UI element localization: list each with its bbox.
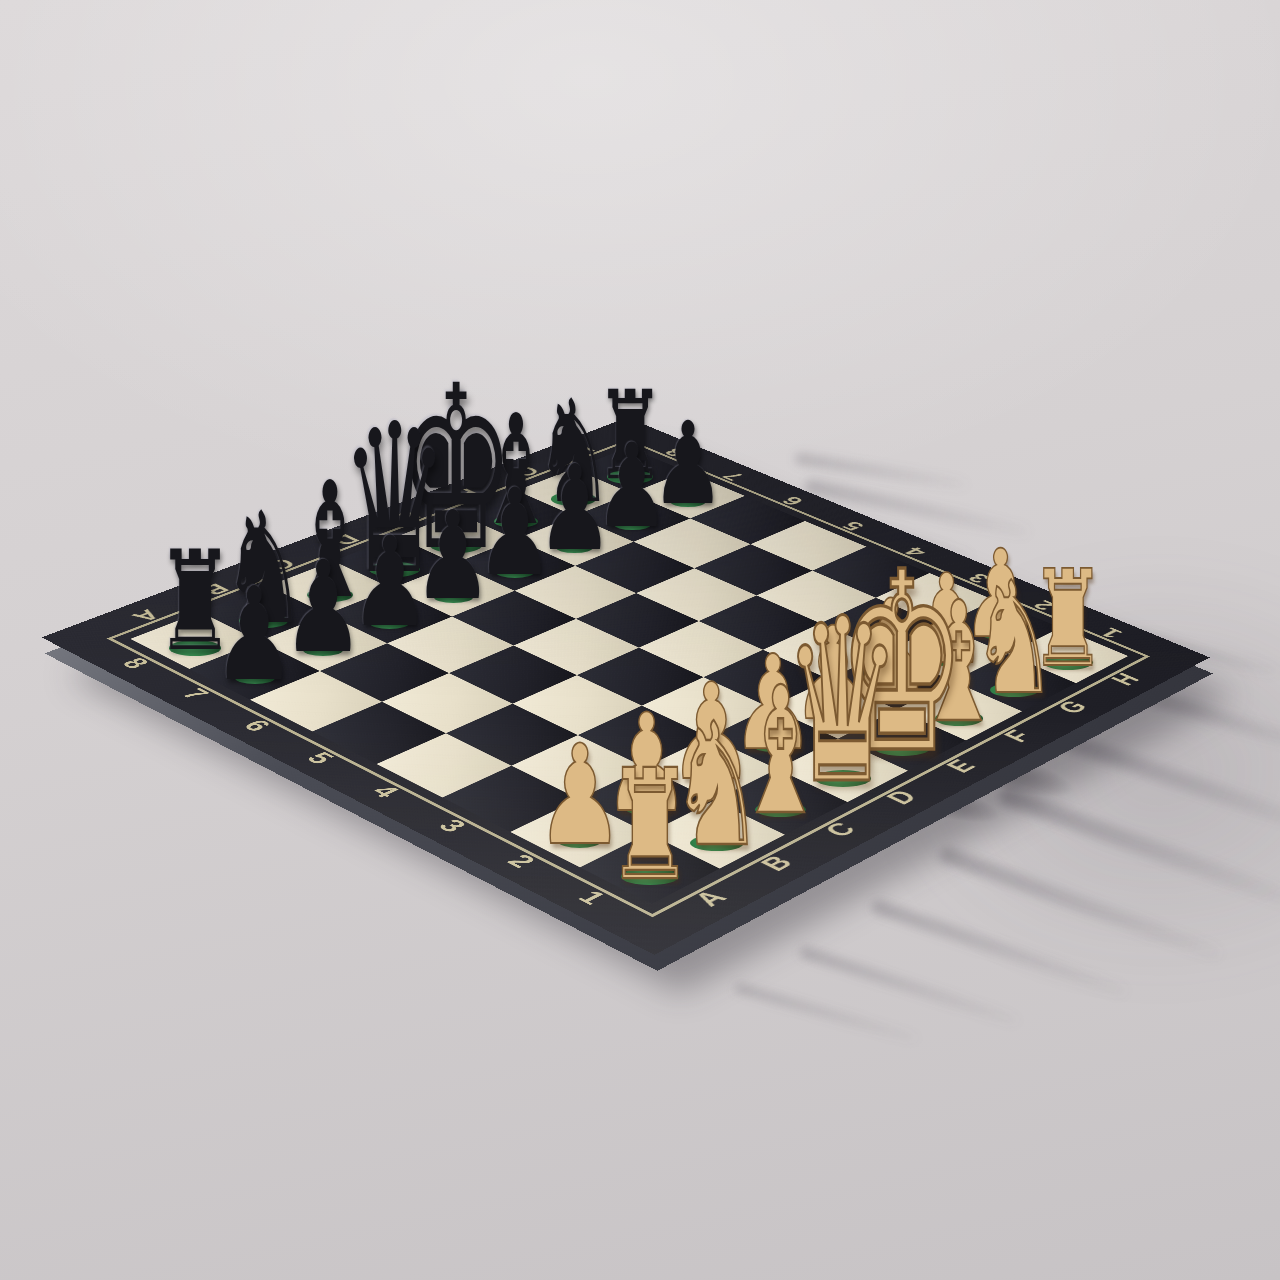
backdrop-shadow-spike — [937, 845, 1224, 963]
backdrop-shadow-spike — [997, 786, 1280, 912]
backdrop-shadow-spike — [794, 452, 969, 491]
backdrop-shadow-spike — [870, 898, 1130, 999]
scene: AA88BB77CC66DD55EE44FF33GG22HH11 ♜♞♝♛♚♝♞… — [0, 0, 1280, 1280]
piece-black-pawn-a7[interactable]: ♟ — [208, 571, 301, 700]
piece-white-rook-a1[interactable]: ♜ — [601, 750, 698, 902]
backdrop-shadow-spike — [798, 945, 1020, 1027]
backdrop-shadow-spike — [734, 982, 919, 1044]
